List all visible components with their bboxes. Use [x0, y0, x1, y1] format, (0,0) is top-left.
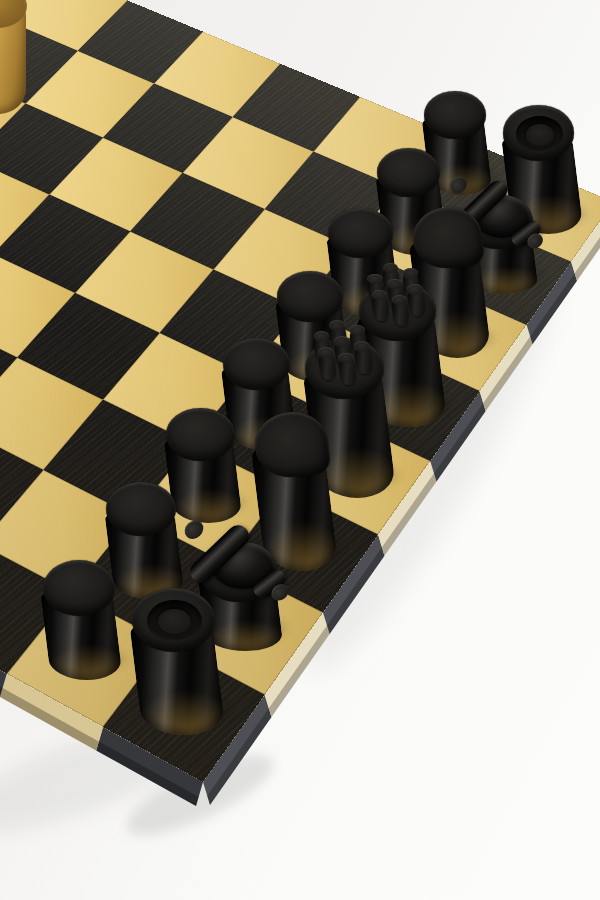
pieces-layer: ♜♞♝♛♚♝♞♜♟♟♟♟♟♟♟♟ — [0, 0, 600, 900]
chess-photo-scene: ♜♞♝♛♚♝♞♜♟♟♟♟♟♟♟♟ — [0, 0, 600, 900]
